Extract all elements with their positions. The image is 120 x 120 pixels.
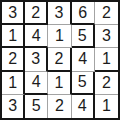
- grid-cell-r1c3[interactable]: 3: [48, 2, 71, 25]
- cell-digit: 2: [55, 51, 64, 67]
- cell-digit: 3: [102, 28, 111, 44]
- cell-digit: 4: [32, 74, 41, 90]
- cell-digit: 1: [8, 28, 17, 44]
- cell-digit: 1: [8, 75, 17, 91]
- cell-digit: 5: [32, 98, 41, 114]
- grid-cell-r1c2[interactable]: 2: [25, 2, 48, 25]
- grid-cell-r5c3[interactable]: 2: [48, 95, 71, 118]
- grid-cell-r5c1[interactable]: 3: [2, 95, 25, 118]
- grid-cell-r1c4[interactable]: 6: [72, 2, 95, 25]
- cell-digit: 2: [31, 5, 40, 21]
- cell-digit: 1: [55, 28, 64, 44]
- grid-cell-r3c4[interactable]: 4: [72, 48, 95, 71]
- grid-cell-r5c5[interactable]: 1: [95, 95, 118, 118]
- grid-cell-r2c5[interactable]: 3: [95, 25, 118, 48]
- grid-cell-r1c5[interactable]: 2: [95, 2, 118, 25]
- cell-digit: 1: [55, 75, 64, 91]
- grid-cell-r4c3[interactable]: 1: [48, 72, 71, 95]
- grid-cell-r3c1[interactable]: 2: [2, 48, 25, 71]
- cell-digit: 1: [102, 51, 111, 67]
- grid-cell-r4c1[interactable]: 1: [2, 72, 25, 95]
- cell-digit: 1: [102, 98, 111, 114]
- puzzle-board: 3236214153232411415235241: [0, 0, 120, 120]
- grid-cell-r1c1[interactable]: 3: [2, 2, 25, 25]
- cell-digit: 2: [55, 98, 64, 114]
- cell-digit: 3: [8, 98, 17, 114]
- grid-cell-r5c2[interactable]: 5: [25, 95, 48, 118]
- cell-digit: 2: [102, 5, 111, 21]
- cell-digit: 4: [78, 51, 87, 67]
- cell-digit: 6: [78, 5, 87, 21]
- cell-digit: 5: [78, 74, 87, 90]
- cell-digit: 4: [78, 98, 87, 114]
- cell-digit: 5: [78, 28, 87, 44]
- grid-cell-r2c2[interactable]: 4: [25, 25, 48, 48]
- grid-cell-r3c2[interactable]: 3: [25, 48, 48, 71]
- grid-cell-r2c1[interactable]: 1: [2, 25, 25, 48]
- cell-digit: 2: [102, 75, 111, 91]
- cell-digit: 3: [8, 5, 17, 21]
- grid-cell-r4c2[interactable]: 4: [25, 72, 48, 95]
- grid-cell-r2c3[interactable]: 1: [48, 25, 71, 48]
- grid-cell-r5c4[interactable]: 4: [72, 95, 95, 118]
- cell-digit: 3: [55, 5, 64, 21]
- cell-digit: 3: [31, 51, 40, 67]
- grid-cell-r4c4[interactable]: 5: [72, 72, 95, 95]
- cell-digit: 4: [32, 28, 41, 44]
- grid-cell-r3c3[interactable]: 2: [48, 48, 71, 71]
- cell-digit: 2: [8, 51, 17, 67]
- grid-cell-r2c4[interactable]: 5: [72, 25, 95, 48]
- grid-cell-r4c5[interactable]: 2: [95, 72, 118, 95]
- grid-cell-r3c5[interactable]: 1: [95, 48, 118, 71]
